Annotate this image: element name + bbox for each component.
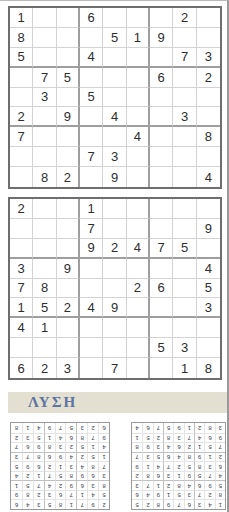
solution-cell: 8 — [173, 480, 183, 490]
sudoku-cell — [173, 88, 196, 108]
sudoku-cell: 2 — [10, 199, 33, 219]
solution-cell: 9 — [76, 471, 87, 481]
sudoku-cell — [127, 107, 150, 127]
solution-cell: 2 — [173, 461, 183, 471]
sudoku-cell — [103, 318, 126, 338]
solution-cell: 3 — [194, 499, 204, 509]
sudoku-cell — [173, 127, 196, 147]
sudoku-cell: 7 — [103, 358, 126, 378]
sudoku-cell — [103, 259, 126, 279]
sudoku-cell — [57, 338, 80, 358]
solution-cell: 6 — [98, 423, 109, 433]
solution-cell: 2 — [33, 490, 44, 500]
solution-cell: 6 — [204, 433, 214, 443]
sudoku-cell — [57, 147, 80, 167]
sudoku-cell — [80, 68, 103, 88]
solution-cell: 9 — [132, 461, 142, 471]
solution-cell: 1 — [44, 433, 55, 443]
sudoku-cell — [10, 239, 33, 259]
sudoku-cell — [127, 338, 150, 358]
solution-cell: 4 — [87, 490, 98, 500]
solution-cell: 9 — [11, 490, 22, 500]
sudoku-cell — [33, 338, 56, 358]
solution-cell: 4 — [55, 433, 66, 443]
sudoku-cell — [197, 147, 220, 167]
sudoku-cell — [103, 8, 126, 28]
sudoku-cell — [80, 358, 103, 378]
sudoku-grid-top: 162851954737562352943748738294 — [8, 6, 222, 189]
sudoku-cell — [57, 48, 80, 68]
solution-cell: 5 — [215, 480, 225, 490]
sudoku-cell — [173, 28, 196, 48]
sudoku-cell: 7 — [10, 279, 33, 299]
solution-cell: 6 — [153, 471, 163, 481]
sudoku-cell — [80, 259, 103, 279]
solution-cell: 4 — [153, 461, 163, 471]
solution-cell: 5 — [33, 433, 44, 443]
sudoku-cell — [150, 259, 173, 279]
solution-cell: 2 — [98, 499, 109, 509]
solution-cell: 4 — [194, 433, 204, 443]
sudoku-cell: 9 — [103, 298, 126, 318]
sudoku-cell: 4 — [103, 107, 126, 127]
solution-cell: 4 — [204, 499, 214, 509]
solution-cell: 9 — [87, 499, 98, 509]
sudoku-cell: 7 — [80, 219, 103, 239]
sudoku-cell: 6 — [150, 68, 173, 88]
solution-cell: 9 — [173, 423, 183, 433]
sudoku-cell — [150, 8, 173, 28]
solution-cell: 1 — [33, 471, 44, 481]
solution-cell: 5 — [65, 423, 76, 433]
sudoku-cell — [80, 107, 103, 127]
solution-cell: 2 — [184, 442, 194, 452]
solution-cell: 1 — [142, 461, 152, 471]
sudoku-cell — [127, 199, 150, 219]
solution-cell: 7 — [173, 499, 183, 509]
solution-header-bar: ΛΥΣΗ — [8, 392, 227, 413]
solution-cell: 7 — [33, 480, 44, 490]
sudoku-cell — [127, 259, 150, 279]
sudoku-cell — [127, 167, 150, 187]
solution-cell: 2 — [194, 423, 204, 433]
solution-cell: 5 — [76, 442, 87, 452]
sudoku-cell: 1 — [10, 298, 33, 318]
solution-cell: 2 — [163, 480, 173, 490]
sudoku-cell — [150, 199, 173, 219]
sudoku-cell — [103, 199, 126, 219]
solution-cell: 9 — [153, 490, 163, 500]
sudoku-cell: 9 — [57, 107, 80, 127]
sudoku-cell — [57, 279, 80, 299]
solution-cell: 4 — [163, 442, 173, 452]
solution-cell: 8 — [132, 442, 142, 452]
sudoku-cell — [173, 279, 196, 299]
solution-cell: 6 — [194, 480, 204, 490]
sudoku-cell: 1 — [33, 318, 56, 338]
solution-cell: 6 — [11, 499, 22, 509]
solution-cell: 6 — [215, 461, 225, 471]
sudoku-cell: 2 — [127, 279, 150, 299]
sudoku-cell: 1 — [127, 28, 150, 48]
page: 162851954737562352943748738294 217992475… — [0, 0, 229, 512]
solution-cell: 8 — [153, 499, 163, 509]
sudoku-cell: 7 — [80, 147, 103, 167]
sudoku-cell: 8 — [10, 28, 33, 48]
sudoku-cell — [173, 147, 196, 167]
solution-cell: 8 — [76, 433, 87, 443]
solution-cell: 8 — [33, 452, 44, 462]
solution-cell: 8 — [142, 471, 152, 481]
solution-cell: 5 — [163, 423, 173, 433]
solution-cell: 2 — [11, 433, 22, 443]
solution-cell: 7 — [87, 433, 98, 443]
solution-cell: 4 — [184, 480, 194, 490]
sudoku-cell: 3 — [197, 48, 220, 68]
solution-cell: 9 — [215, 433, 225, 443]
solution-cell: 3 — [11, 452, 22, 462]
sudoku-cell — [80, 318, 103, 338]
solution-cell: 5 — [98, 490, 109, 500]
sudoku-cell — [103, 338, 126, 358]
sudoku-cell — [127, 88, 150, 108]
sudoku-cell — [80, 338, 103, 358]
sudoku-cell: 1 — [173, 358, 196, 378]
sudoku-cell: 6 — [150, 279, 173, 299]
solution-cell: 8 — [87, 461, 98, 471]
solution-cell: 4 — [65, 452, 76, 462]
solution-cell: 4 — [173, 452, 183, 462]
sudoku-cell: 3 — [103, 147, 126, 167]
sudoku-cell — [173, 219, 196, 239]
solution-cell: 9 — [98, 433, 109, 443]
sudoku-cell — [197, 107, 220, 127]
sudoku-cell — [197, 318, 220, 338]
sudoku-cell — [173, 259, 196, 279]
solution-cell: 5 — [55, 471, 66, 481]
sudoku-cell — [57, 28, 80, 48]
solution-cell: 7 — [22, 452, 33, 462]
solution-cell: 1 — [184, 423, 194, 433]
solution-cell: 9 — [194, 452, 204, 462]
sudoku-cell — [103, 127, 126, 147]
solution-cell: 6 — [173, 442, 183, 452]
sudoku-cell: 9 — [80, 239, 103, 259]
sudoku-cell — [57, 318, 80, 338]
sudoku-cell — [57, 8, 80, 28]
sudoku-cell — [127, 219, 150, 239]
solution-cell: 1 — [87, 442, 98, 452]
sudoku-cell — [173, 167, 196, 187]
sudoku-cell — [33, 199, 56, 219]
solution-cell: 6 — [132, 490, 142, 500]
solution-cell: 5 — [153, 452, 163, 462]
solution-cell: 8 — [163, 433, 173, 443]
sudoku-cell — [197, 239, 220, 259]
sudoku-cell — [173, 68, 196, 88]
solutions-panel: 2971853465417632898369247513698571247843… — [10, 422, 227, 510]
solution-cell: 7 — [142, 480, 152, 490]
sudoku-cell — [10, 88, 33, 108]
sudoku-cell: 5 — [57, 68, 80, 88]
solution-cell: 4 — [215, 471, 225, 481]
solution-cell: 7 — [44, 471, 55, 481]
sudoku-cell: 1 — [80, 199, 103, 219]
solution-cell: 7 — [184, 433, 194, 443]
solution-cell: 4 — [132, 423, 142, 433]
solution-cell: 3 — [76, 423, 87, 433]
sudoku-cell — [103, 68, 126, 88]
solution-cell: 4 — [76, 461, 87, 471]
sudoku-cell: 7 — [10, 127, 33, 147]
sudoku-cell — [197, 8, 220, 28]
sudoku-cell — [80, 167, 103, 187]
sudoku-cell — [103, 48, 126, 68]
sudoku-cell — [103, 219, 126, 239]
sudoku-cell — [10, 219, 33, 239]
sudoku-cell — [10, 147, 33, 167]
solution-cell: 9 — [33, 442, 44, 452]
sudoku-cell: 6 — [10, 358, 33, 378]
solution-cell: 8 — [22, 490, 33, 500]
sudoku-cell — [150, 318, 173, 338]
sudoku-cell: 4 — [127, 127, 150, 147]
solution-cell: 4 — [142, 490, 152, 500]
sudoku-cell — [173, 318, 196, 338]
solution-cell: 8 — [194, 461, 204, 471]
solution-cell: 2 — [132, 471, 142, 481]
solution-cell: 5 — [132, 499, 142, 509]
sudoku-cell — [150, 298, 173, 318]
solution-cell: 8 — [184, 452, 194, 462]
sudoku-cell — [33, 8, 56, 28]
solution-cell: 4 — [22, 499, 33, 509]
solution-cell: 1 — [153, 480, 163, 490]
sudoku-cell: 2 — [57, 167, 80, 187]
solution-cell: 6 — [184, 499, 194, 509]
sudoku-cell — [80, 28, 103, 48]
solution-cell: 8 — [65, 471, 76, 481]
sudoku-cell: 4 — [80, 298, 103, 318]
sudoku-cell — [57, 127, 80, 147]
solution-cell: 6 — [65, 433, 76, 443]
sudoku-cell — [127, 48, 150, 68]
solution-cell: 3 — [22, 433, 33, 443]
sudoku-cell — [150, 127, 173, 147]
solution-cell: 3 — [204, 461, 214, 471]
sudoku-cell — [103, 279, 126, 299]
sudoku-cell — [33, 127, 56, 147]
sudoku-cell: 5 — [150, 338, 173, 358]
sudoku-cell — [33, 259, 56, 279]
sudoku-cell — [173, 199, 196, 219]
sudoku-cell: 7 — [173, 48, 196, 68]
solution-cell: 4 — [11, 471, 22, 481]
sudoku-cell: 4 — [10, 318, 33, 338]
sudoku-cell: 4 — [197, 167, 220, 187]
sudoku-cell — [127, 298, 150, 318]
solution-cell: 5 — [184, 461, 194, 471]
sudoku-cell: 4 — [127, 239, 150, 259]
solution-cell: 2 — [87, 423, 98, 433]
sudoku-cell — [127, 68, 150, 88]
sudoku-cell — [150, 88, 173, 108]
sudoku-cell — [10, 167, 33, 187]
sudoku-cell: 2 — [33, 358, 56, 378]
sudoku-cell — [127, 147, 150, 167]
sudoku-cell — [57, 199, 80, 219]
solution-cell: 9 — [22, 461, 33, 471]
solution-cell: 1 — [55, 461, 66, 471]
sudoku-cell: 8 — [33, 167, 56, 187]
sudoku-cell — [10, 68, 33, 88]
solution-cell: 2 — [55, 480, 66, 490]
solution-cell: 3 — [33, 499, 44, 509]
solution-cell: 5 — [44, 499, 55, 509]
solution-cell: 5 — [142, 433, 152, 443]
sudoku-cell — [197, 88, 220, 108]
solution-cell: 7 — [132, 452, 142, 462]
solution-cell: 7 — [11, 442, 22, 452]
solution-cell: 9 — [163, 499, 173, 509]
solution-cell: 3 — [55, 442, 66, 452]
solution-cell: 1 — [215, 499, 225, 509]
solution-cell: 7 — [194, 490, 204, 500]
solution-cell: 9 — [142, 442, 152, 452]
solution-cell: 6 — [55, 490, 66, 500]
sudoku-cell — [33, 28, 56, 48]
sudoku-cell: 6 — [80, 8, 103, 28]
solution-cell: 4 — [33, 423, 44, 433]
solution-cell: 3 — [215, 423, 225, 433]
sudoku-cell: 3 — [10, 259, 33, 279]
sudoku-cell — [80, 279, 103, 299]
solution-cell: 1 — [194, 442, 204, 452]
sudoku-cell: 3 — [173, 338, 196, 358]
solution-cell: 8 — [44, 442, 55, 452]
sudoku-cell: 8 — [33, 279, 56, 299]
sudoku-cell: 9 — [103, 167, 126, 187]
sudoku-cell — [197, 338, 220, 358]
sudoku-cell — [33, 239, 56, 259]
solution-cell: 3 — [44, 490, 55, 500]
sudoku-cell: 3 — [197, 298, 220, 318]
sudoku-cell — [10, 338, 33, 358]
solution-cell: 3 — [87, 480, 98, 490]
solution-cell: 7 — [65, 490, 76, 500]
sudoku-cell: 5 — [33, 298, 56, 318]
solution-cell: 8 — [204, 423, 214, 433]
solution-cell: 9 — [204, 480, 214, 490]
solution-cell: 6 — [33, 461, 44, 471]
solution-header-label: ΛΥΣΗ — [8, 394, 77, 411]
solution-cell: 9 — [44, 423, 55, 433]
sudoku-cell: 5 — [80, 88, 103, 108]
sudoku-cell — [80, 127, 103, 147]
solution-cell: 9 — [184, 471, 194, 481]
sudoku-cell: 1 — [10, 8, 33, 28]
solution-cell: 6 — [76, 480, 87, 490]
sudoku-cell: 2 — [173, 8, 196, 28]
sudoku-cell — [197, 199, 220, 219]
sudoku-cell — [127, 358, 150, 378]
solution-cell: 1 — [132, 433, 142, 443]
solution-cell: 2 — [153, 433, 163, 443]
solution-cell: 5 — [87, 452, 98, 462]
solution-cell: 1 — [98, 452, 109, 462]
sudoku-cell: 3 — [173, 107, 196, 127]
solution-cell: 7 — [98, 461, 109, 471]
solution-cell: 3 — [163, 471, 173, 481]
solution-cell: 3 — [65, 461, 76, 471]
solution-cell: 3 — [132, 480, 142, 490]
solution-cell: 2 — [65, 442, 76, 452]
solution-cell: 6 — [163, 452, 173, 462]
solution-cell: 7 — [204, 471, 214, 481]
sudoku-cell — [150, 167, 173, 187]
sudoku-cell — [57, 239, 80, 259]
solution-cell: 1 — [204, 452, 214, 462]
sudoku-cell — [33, 219, 56, 239]
sudoku-cell: 4 — [197, 259, 220, 279]
solution-cell: 3 — [184, 490, 194, 500]
sudoku-cell — [150, 358, 173, 378]
sudoku-cell: 7 — [150, 239, 173, 259]
solution-cell: 1 — [11, 480, 22, 490]
sudoku-cell: 8 — [197, 127, 220, 147]
solution-cell: 9 — [65, 480, 76, 490]
solution-cell: 8 — [55, 499, 66, 509]
sudoku-cell — [150, 107, 173, 127]
sudoku-cell: 2 — [197, 68, 220, 88]
solution-cell: 3 — [153, 442, 163, 452]
sudoku-cell: 3 — [57, 358, 80, 378]
solution-cell: 3 — [142, 452, 152, 462]
sudoku-cell: 2 — [57, 298, 80, 318]
solution-cell: 7 — [76, 499, 87, 509]
sudoku-cell — [57, 88, 80, 108]
solution-cell: 6 — [142, 423, 152, 433]
sudoku-grid-bottom: 217992475394782651524934153623718 — [8, 197, 222, 380]
solution-cell: 3 — [173, 433, 183, 443]
solution-cell: 2 — [22, 471, 33, 481]
sudoku-cell — [33, 107, 56, 127]
sudoku-cell: 7 — [33, 68, 56, 88]
solution-cell: 8 — [215, 490, 225, 500]
solution-cell: 8 — [98, 480, 109, 490]
solution-cell: 5 — [173, 490, 183, 500]
solution-cell: 6 — [44, 452, 55, 462]
sudoku-cell — [33, 147, 56, 167]
sudoku-cell: 9 — [150, 28, 173, 48]
solution-cell: 1 — [173, 471, 183, 481]
sudoku-cell: 3 — [33, 88, 56, 108]
sudoku-cell: 2 — [103, 239, 126, 259]
solution-cell: 7 — [55, 423, 66, 433]
sudoku-cell — [197, 28, 220, 48]
solution-cell: 7 — [153, 423, 163, 433]
solution-cell: 1 — [76, 490, 87, 500]
solution-cell: 4 — [98, 442, 109, 452]
sudoku-cell — [127, 318, 150, 338]
sudoku-cell — [150, 147, 173, 167]
sudoku-cell — [150, 219, 173, 239]
sudoku-cell: 5 — [197, 279, 220, 299]
sudoku-cell — [150, 48, 173, 68]
solution-cell: 6 — [22, 442, 33, 452]
solution-grid-right: 1436798258273519465964821734759136826385… — [131, 422, 226, 510]
solution-cell: 2 — [44, 461, 55, 471]
